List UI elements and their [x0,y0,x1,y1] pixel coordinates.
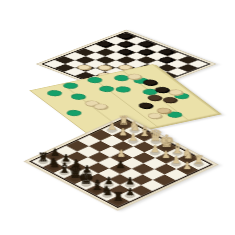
wooden-disc-black [136,102,155,110]
chess-piece-glyph: ♜ [38,151,49,163]
chess-piece-glyph: ♟ [161,150,170,160]
chess-piece-glyph: ♟ [183,161,192,171]
chess-piece-glyph: ♟ [151,144,160,154]
green-spot [61,82,81,90]
chess-piece-glyph: ♞ [182,148,194,161]
chess-piece-glyph: ♟ [126,176,135,186]
chess-piece-glyph: ♟ [116,160,125,170]
chess-piece-glyph: ♞ [102,184,114,197]
chess-piece-glyph: ♟ [108,121,117,131]
chess-piece-glyph: ♜ [118,115,129,127]
green-spot [113,86,133,94]
product-photo: ♜♟♟♜♞♟♟♞♝♟♟♝♛♟♟♛♚♟♟♚♝♟♟♝♞♟♟♞♜♟♟♜ [0,0,235,235]
green-spot [85,76,105,84]
chess-board: ♜♟♟♜♞♟♟♞♝♟♟♝♛♟♟♛♚♟♟♚♝♟♟♝♞♟♟♞♜♟♟♜ [29,118,213,208]
green-spot [68,93,88,101]
chess-piece-glyph: ♟ [118,127,127,137]
chess-piece-glyph: ♟ [129,133,138,143]
chess-piece-glyph: ♜ [194,154,205,166]
green-spot [44,89,64,97]
green-spot [65,109,85,117]
green-spot [96,85,116,93]
chess-piece-glyph: ♟ [117,149,126,159]
chess-piece-glyph: ♟ [125,187,134,197]
chess-piece-glyph: ♟ [172,155,181,165]
chess-piece-glyph: ♜ [113,191,124,203]
